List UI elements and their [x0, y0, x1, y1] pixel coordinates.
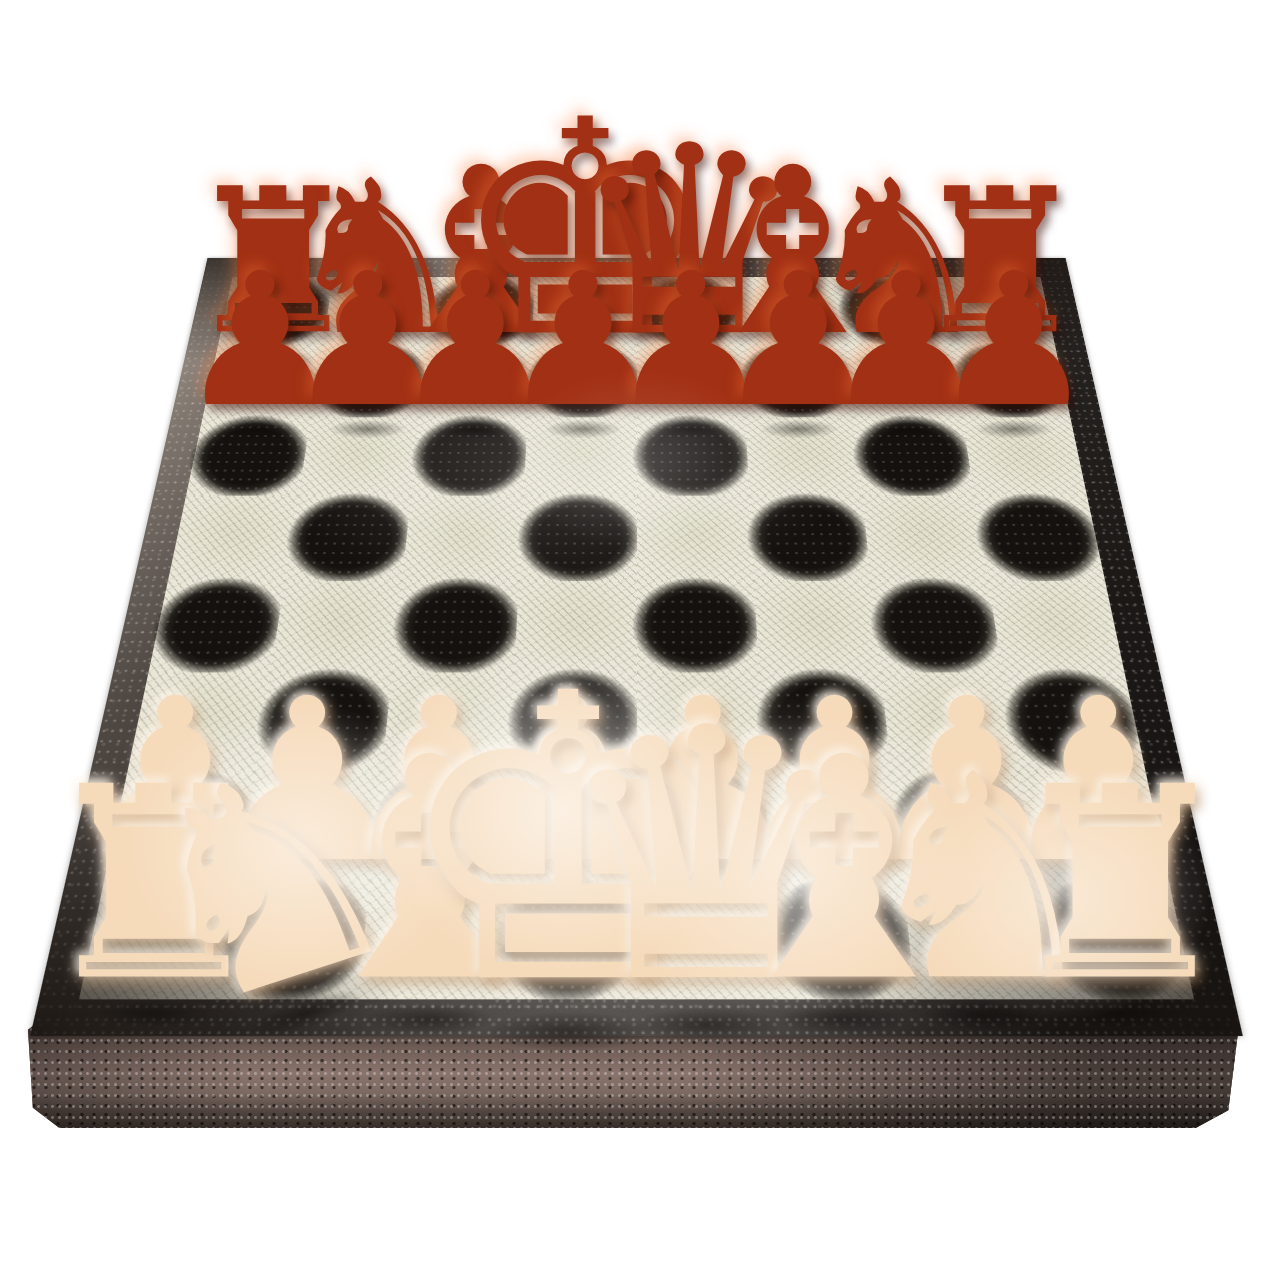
pieces-layer: ♜♞♝♚♛♝♞♜♟♟♟♟♟♟♟♟♟♟♟♟♟♟♟♟♜♞♝♚♛♝♞♜ — [0, 0, 1280, 1280]
photo-stage: ♜♞♝♚♛♝♞♜♟♟♟♟♟♟♟♟♟♟♟♟♟♟♟♟♜♞♝♚♛♝♞♜ — [0, 0, 1280, 1280]
black-pawn-h7: ♟ — [931, 249, 1096, 433]
white-rook-h1: ♜ — [1001, 752, 1239, 1017]
